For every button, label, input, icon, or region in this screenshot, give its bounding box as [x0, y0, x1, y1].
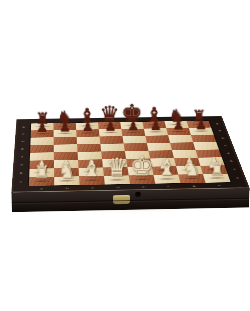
piece-white-queen: ♛ [104, 155, 129, 180]
keyhole [135, 192, 140, 197]
piece-white-bishop: ♝ [79, 158, 104, 180]
piece-white-king: ♚ [129, 152, 154, 179]
scene: abcdefgh 87654321 87654321 ♜♞♝♛♚♝♞♜♟♟♟♟♟… [0, 0, 250, 311]
chess-board: abcdefgh 87654321 87654321 ♜♞♝♛♚♝♞♜♟♟♟♟♟… [11, 116, 249, 192]
rank-label: 4 [14, 153, 30, 161]
piece-white-knight: ♞ [54, 161, 79, 181]
piece-white-bishop: ♝ [154, 157, 179, 179]
clasp [113, 195, 130, 204]
rank-label: 1 [12, 177, 29, 186]
box-front-face [11, 188, 249, 212]
chess-set-photo: abcdefgh 87654321 87654321 ♜♞♝♛♚♝♞♜♟♟♟♟♟… [0, 0, 250, 311]
rank-label: 2 [13, 169, 30, 178]
piece-white-rook: ♜ [29, 164, 54, 182]
rank-label: 3 [13, 161, 30, 169]
piece-white-rook: ♜ [204, 160, 229, 178]
piece-white-knight: ♞ [179, 159, 204, 179]
